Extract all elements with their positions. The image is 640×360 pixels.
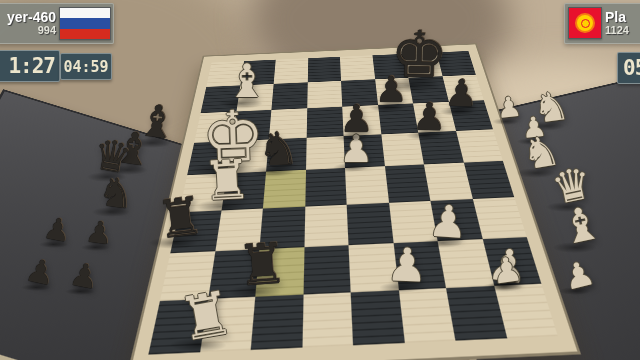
square-d4[interactable] <box>305 168 347 206</box>
square-b3[interactable] <box>215 208 263 251</box>
square-b5[interactable] <box>227 139 269 173</box>
player-right-rating: 1124 <box>605 25 629 37</box>
square-f6[interactable] <box>378 103 419 134</box>
square-a6[interactable] <box>194 111 236 142</box>
player-right-name: Pla <box>605 10 626 25</box>
square-c5[interactable] <box>266 137 306 171</box>
square-c2[interactable] <box>255 247 304 296</box>
square-e6[interactable] <box>342 105 381 136</box>
square-c7[interactable] <box>271 82 307 110</box>
kyrgyzstan-flag-icon <box>568 7 602 39</box>
square-f4[interactable] <box>384 164 430 202</box>
square-c3[interactable] <box>259 206 304 249</box>
square-a5[interactable] <box>187 141 231 175</box>
square-e1[interactable] <box>351 290 405 346</box>
square-f7[interactable] <box>375 77 413 105</box>
square-b4[interactable] <box>221 172 266 210</box>
square-f8[interactable] <box>372 54 408 79</box>
square-a3[interactable] <box>170 210 221 253</box>
square-f3[interactable] <box>389 200 438 243</box>
square-e4[interactable] <box>345 166 389 204</box>
russia-flag-icon <box>59 7 111 40</box>
square-c1[interactable] <box>251 294 303 350</box>
player-left-rating: 994 <box>38 25 56 37</box>
square-b8[interactable] <box>240 60 276 85</box>
square-e2[interactable] <box>349 243 399 292</box>
square-a7[interactable] <box>201 85 240 113</box>
clock-left-secondary: 04:59 <box>60 53 112 80</box>
square-d2[interactable] <box>303 245 351 294</box>
square-d7[interactable] <box>307 81 342 109</box>
game-stage: ♝♚♜♜♟♟♟♟♚♟♟♟♟♞♜♜♝♝♛♞♟♟♟♟♟♞♟♞♛♝♟♟ yer-460… <box>0 0 640 360</box>
player-left-name: yer-460 <box>7 10 56 25</box>
square-b1[interactable] <box>200 296 256 352</box>
square-h8[interactable] <box>436 51 475 76</box>
square-c8[interactable] <box>274 58 308 83</box>
clock-right-main: 05:00 <box>617 52 640 84</box>
square-h4[interactable] <box>463 161 514 199</box>
square-e7[interactable] <box>341 79 378 107</box>
square-b2[interactable] <box>208 249 260 298</box>
square-d1[interactable] <box>302 292 353 348</box>
square-e8[interactable] <box>340 55 375 80</box>
square-d3[interactable] <box>304 204 349 247</box>
square-d5[interactable] <box>306 136 345 170</box>
square-h6[interactable] <box>448 100 492 130</box>
square-c6[interactable] <box>269 108 307 139</box>
square-b6[interactable] <box>232 110 272 141</box>
square-a4[interactable] <box>179 173 226 211</box>
square-e3[interactable] <box>347 202 393 245</box>
clock-left-main: 1:27 <box>0 50 60 82</box>
square-d6[interactable] <box>306 107 343 138</box>
square-h7[interactable] <box>442 74 484 101</box>
square-c4[interactable] <box>263 170 306 208</box>
square-a2[interactable] <box>160 251 215 300</box>
square-h2[interactable] <box>482 237 541 285</box>
square-b7[interactable] <box>236 84 274 112</box>
square-a1[interactable] <box>148 298 207 354</box>
square-h5[interactable] <box>456 129 503 163</box>
square-d8[interactable] <box>307 57 341 82</box>
square-h3[interactable] <box>472 197 527 239</box>
chess-board <box>180 3 510 333</box>
square-f5[interactable] <box>381 132 424 166</box>
square-a8[interactable] <box>206 61 243 86</box>
square-e5[interactable] <box>344 134 385 168</box>
player-panel-left: yer-460 994 <box>0 3 114 44</box>
